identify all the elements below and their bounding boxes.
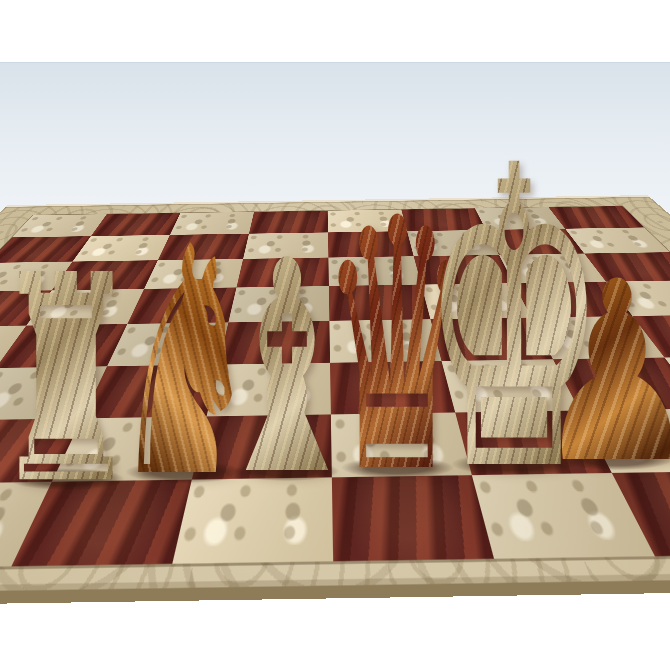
pieces-layer: ♜♞♝♛♚♟ — [0, 0, 670, 670]
pawn-piece: ♟ — [505, 249, 670, 463]
pawn-glyph: ♟ — [534, 249, 670, 498]
photo-stage: ♜♞♝♛♚♟ — [0, 0, 670, 670]
